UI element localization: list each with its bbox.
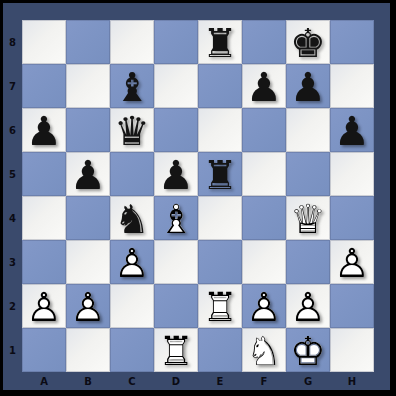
- square-g4[interactable]: ♛♕: [286, 196, 330, 240]
- rank-label-4: 4: [3, 196, 22, 240]
- square-b2[interactable]: ♟♙: [66, 284, 110, 328]
- square-g1[interactable]: ♚♔: [286, 328, 330, 372]
- square-f4[interactable]: [242, 196, 286, 240]
- square-b5[interactable]: ♟: [66, 152, 110, 196]
- piece-outline: ♙: [22, 284, 66, 328]
- square-g2[interactable]: ♟♙: [286, 284, 330, 328]
- square-f5[interactable]: [242, 152, 286, 196]
- square-c1[interactable]: [110, 328, 154, 372]
- square-b1[interactable]: [66, 328, 110, 372]
- piece-black-knight-c4[interactable]: ♞: [110, 196, 154, 240]
- square-e4[interactable]: [198, 196, 242, 240]
- file-label-a: A: [22, 372, 66, 390]
- square-g5[interactable]: [286, 152, 330, 196]
- piece-white-pawn-b2[interactable]: ♟♙: [66, 284, 110, 328]
- square-e5[interactable]: ♜: [198, 152, 242, 196]
- piece-outline: ♖: [154, 328, 198, 372]
- square-d2[interactable]: [154, 284, 198, 328]
- piece-white-pawn-g2[interactable]: ♟♙: [286, 284, 330, 328]
- square-e2[interactable]: ♜♖: [198, 284, 242, 328]
- square-b8[interactable]: [66, 20, 110, 64]
- piece-black-pawn-f7[interactable]: ♟: [242, 64, 286, 108]
- piece-white-king-g1[interactable]: ♚♔: [286, 328, 330, 372]
- square-f2[interactable]: ♟♙: [242, 284, 286, 328]
- piece-black-pawn-b5[interactable]: ♟: [66, 152, 110, 196]
- square-e1[interactable]: [198, 328, 242, 372]
- square-a6[interactable]: ♟: [22, 108, 66, 152]
- square-g6[interactable]: [286, 108, 330, 152]
- piece-white-bishop-d4[interactable]: ♝♗: [154, 196, 198, 240]
- square-d3[interactable]: [154, 240, 198, 284]
- rank-label-1: 1: [3, 328, 22, 372]
- piece-white-rook-d1[interactable]: ♜♖: [154, 328, 198, 372]
- piece-outline: ♖: [198, 284, 242, 328]
- piece-outline: ♕: [286, 196, 330, 240]
- square-a8[interactable]: [22, 20, 66, 64]
- piece-black-king-g8[interactable]: ♚: [286, 20, 330, 64]
- file-label-e: E: [198, 372, 242, 390]
- square-d6[interactable]: [154, 108, 198, 152]
- square-c4[interactable]: ♞: [110, 196, 154, 240]
- piece-black-rook-e8[interactable]: ♜: [198, 20, 242, 64]
- square-a2[interactable]: ♟♙: [22, 284, 66, 328]
- piece-outline: ♘: [242, 328, 286, 372]
- rank-labels: 87654321: [3, 20, 22, 372]
- piece-outline: ♙: [242, 284, 286, 328]
- square-a4[interactable]: [22, 196, 66, 240]
- square-f6[interactable]: [242, 108, 286, 152]
- piece-black-pawn-a6[interactable]: ♟: [22, 108, 66, 152]
- square-h7[interactable]: [330, 64, 374, 108]
- square-e3[interactable]: [198, 240, 242, 284]
- piece-white-rook-e2[interactable]: ♜♖: [198, 284, 242, 328]
- square-e7[interactable]: [198, 64, 242, 108]
- square-h4[interactable]: [330, 196, 374, 240]
- piece-white-pawn-h3[interactable]: ♟♙: [330, 240, 374, 284]
- square-d1[interactable]: ♜♖: [154, 328, 198, 372]
- file-label-f: F: [242, 372, 286, 390]
- square-c6[interactable]: ♛: [110, 108, 154, 152]
- piece-white-queen-g4[interactable]: ♛♕: [286, 196, 330, 240]
- square-e6[interactable]: [198, 108, 242, 152]
- square-f7[interactable]: ♟: [242, 64, 286, 108]
- square-g3[interactable]: [286, 240, 330, 284]
- square-h1[interactable]: [330, 328, 374, 372]
- square-c2[interactable]: [110, 284, 154, 328]
- piece-black-bishop-c7[interactable]: ♝: [110, 64, 154, 108]
- square-f1[interactable]: ♞♘: [242, 328, 286, 372]
- square-h6[interactable]: ♟: [330, 108, 374, 152]
- file-label-c: C: [110, 372, 154, 390]
- square-b3[interactable]: [66, 240, 110, 284]
- piece-outline: ♙: [66, 284, 110, 328]
- file-label-b: B: [66, 372, 110, 390]
- square-b7[interactable]: [66, 64, 110, 108]
- piece-black-pawn-g7[interactable]: ♟: [286, 64, 330, 108]
- file-label-d: D: [154, 372, 198, 390]
- piece-black-pawn-d5[interactable]: ♟: [154, 152, 198, 196]
- square-g7[interactable]: ♟: [286, 64, 330, 108]
- rank-label-8: 8: [3, 20, 22, 64]
- square-h2[interactable]: [330, 284, 374, 328]
- rank-label-7: 7: [3, 64, 22, 108]
- square-d5[interactable]: ♟: [154, 152, 198, 196]
- piece-white-pawn-c3[interactable]: ♟♙: [110, 240, 154, 284]
- square-a3[interactable]: [22, 240, 66, 284]
- square-c8[interactable]: [110, 20, 154, 64]
- square-b4[interactable]: [66, 196, 110, 240]
- square-f3[interactable]: [242, 240, 286, 284]
- file-label-h: H: [330, 372, 374, 390]
- file-label-g: G: [286, 372, 330, 390]
- square-h8[interactable]: [330, 20, 374, 64]
- chessboard: ♜♚♝♟♟♟♛♟♟♟♜♞♝♗♛♕♟♙♟♙♟♙♟♙♜♖♟♙♟♙♜♖♞♘♚♔: [22, 20, 374, 372]
- square-d8[interactable]: [154, 20, 198, 64]
- piece-black-pawn-h6[interactable]: ♟: [330, 108, 374, 152]
- rank-label-5: 5: [3, 152, 22, 196]
- piece-white-pawn-a2[interactable]: ♟♙: [22, 284, 66, 328]
- square-b6[interactable]: [66, 108, 110, 152]
- rank-label-3: 3: [3, 240, 22, 284]
- square-h5[interactable]: [330, 152, 374, 196]
- square-c5[interactable]: [110, 152, 154, 196]
- square-c3[interactable]: ♟♙: [110, 240, 154, 284]
- square-h3[interactable]: ♟♙: [330, 240, 374, 284]
- piece-black-rook-e5[interactable]: ♜: [198, 152, 242, 196]
- square-f8[interactable]: [242, 20, 286, 64]
- piece-outline: ♙: [330, 240, 374, 284]
- square-a5[interactable]: [22, 152, 66, 196]
- piece-outline: ♔: [286, 328, 330, 372]
- square-a1[interactable]: [22, 328, 66, 372]
- square-e8[interactable]: ♜: [198, 20, 242, 64]
- piece-outline: ♙: [286, 284, 330, 328]
- square-d4[interactable]: ♝♗: [154, 196, 198, 240]
- piece-outline: ♗: [154, 196, 198, 240]
- file-labels: ABCDEFGH: [22, 372, 374, 390]
- rank-label-2: 2: [3, 284, 22, 328]
- square-c7[interactable]: ♝: [110, 64, 154, 108]
- square-d7[interactable]: [154, 64, 198, 108]
- board-frame: 87654321 ♜♚♝♟♟♟♛♟♟♟♜♞♝♗♛♕♟♙♟♙♟♙♟♙♜♖♟♙♟♙♜…: [0, 0, 396, 396]
- piece-black-queen-c6[interactable]: ♛: [110, 108, 154, 152]
- rank-label-6: 6: [3, 108, 22, 152]
- piece-outline: ♙: [110, 240, 154, 284]
- square-a7[interactable]: [22, 64, 66, 108]
- square-g8[interactable]: ♚: [286, 20, 330, 64]
- piece-white-knight-f1[interactable]: ♞♘: [242, 328, 286, 372]
- piece-white-pawn-f2[interactable]: ♟♙: [242, 284, 286, 328]
